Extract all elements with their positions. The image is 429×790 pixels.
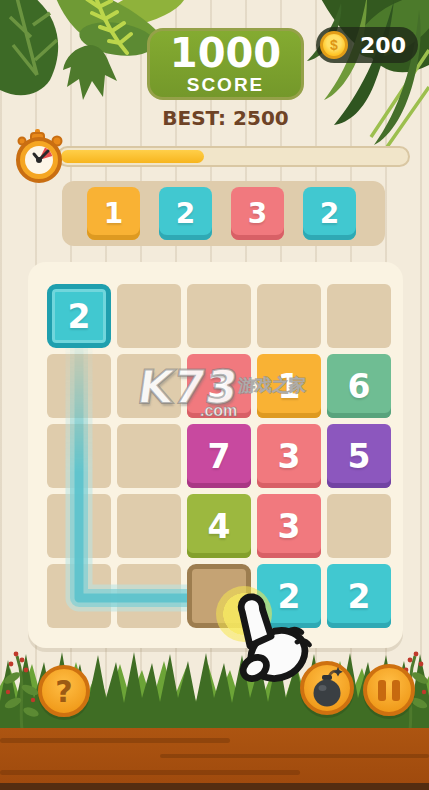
cell-r1c5[interactable] [327, 284, 391, 348]
board-grid: 23167354322 [47, 284, 391, 628]
cell-r4c2[interactable] [117, 494, 181, 558]
board-panel: 23167354322 [28, 262, 403, 648]
score-panel: 1000 SCORE [147, 28, 304, 100]
timer-bar-track [57, 146, 410, 167]
coin-count: 200 [348, 33, 418, 58]
cell-r2c4[interactable]: 1 [257, 354, 321, 418]
berry-plant-left [0, 648, 42, 732]
cell-r1c4[interactable] [257, 284, 321, 348]
queue-tile-3[interactable]: 3 [231, 187, 284, 240]
next-tiles-queue: 1232 [62, 181, 385, 246]
cell-r4c4[interactable]: 3 [257, 494, 321, 558]
cell-r1c1[interactable]: 2 [47, 284, 111, 348]
hand-cursor-icon [226, 593, 322, 693]
best-score: BEST: 2500 [147, 106, 304, 130]
cell-r1c2[interactable] [117, 284, 181, 348]
cell-r2c2[interactable] [117, 354, 181, 418]
cell-r4c3[interactable]: 4 [187, 494, 251, 558]
coin-icon: $ [320, 31, 348, 59]
cell-r3c4[interactable]: 3 [257, 424, 321, 488]
cell-r3c2[interactable] [117, 424, 181, 488]
score-value: 1000 [170, 33, 281, 73]
cell-r2c3[interactable]: 3 [187, 354, 251, 418]
help-button[interactable]: ? [38, 665, 90, 717]
pause-icon [378, 680, 400, 701]
cell-r3c1[interactable] [47, 424, 111, 488]
wood-floor [0, 728, 429, 790]
question-mark-icon: ? [55, 674, 72, 709]
game-screen: 1000 SCORE $ 200 BEST: 2500 1232 2316735… [0, 0, 429, 790]
queue-tile-1[interactable]: 1 [87, 187, 140, 240]
pause-button[interactable] [363, 664, 415, 716]
stopwatch-icon [12, 128, 68, 186]
cell-r4c5[interactable] [327, 494, 391, 558]
timer-bar-fill [61, 150, 204, 163]
cell-r1c3[interactable] [187, 284, 251, 348]
cell-r4c1[interactable] [47, 494, 111, 558]
queue-tile-4[interactable]: 2 [303, 187, 356, 240]
coin-counter[interactable]: $ 200 [316, 27, 418, 63]
cell-r2c1[interactable] [47, 354, 111, 418]
cell-r5c5[interactable]: 2 [327, 564, 391, 628]
cell-r5c1[interactable] [47, 564, 111, 628]
cell-r3c5[interactable]: 5 [327, 424, 391, 488]
cell-r5c2[interactable] [117, 564, 181, 628]
cell-r2c5[interactable]: 6 [327, 354, 391, 418]
queue-tile-2[interactable]: 2 [159, 187, 212, 240]
score-label: SCORE [187, 74, 265, 96]
cell-r3c3[interactable]: 7 [187, 424, 251, 488]
